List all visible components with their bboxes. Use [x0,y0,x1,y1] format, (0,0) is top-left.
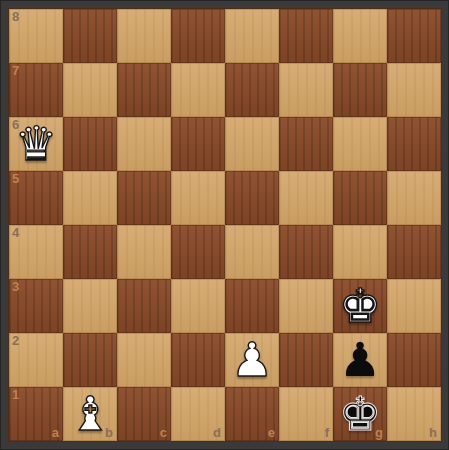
square-b3[interactable] [63,279,117,333]
square-b1[interactable]: b♝ [63,387,117,441]
square-e7[interactable] [225,63,279,117]
rank-label-8: 8 [12,10,19,24]
square-h2[interactable] [387,333,441,387]
square-f8[interactable] [279,9,333,63]
square-d5[interactable] [171,171,225,225]
chess-board: 876♛543♚2♟♟1ab♝cdefg♚h [8,8,442,442]
square-d6[interactable] [171,117,225,171]
square-a4[interactable]: 4 [9,225,63,279]
square-f2[interactable] [279,333,333,387]
square-h5[interactable] [387,171,441,225]
piece-white-pawn-e2[interactable]: ♟ [225,333,279,387]
rank-label-4: 4 [12,226,19,240]
square-c3[interactable] [117,279,171,333]
square-c4[interactable] [117,225,171,279]
square-b8[interactable] [63,9,117,63]
square-h1[interactable]: h [387,387,441,441]
square-h8[interactable] [387,9,441,63]
square-f3[interactable] [279,279,333,333]
square-g5[interactable] [333,171,387,225]
rank-label-3: 3 [12,280,19,294]
piece-black-pawn-g2[interactable]: ♟ [333,333,387,387]
square-c1[interactable]: c [117,387,171,441]
square-a6[interactable]: 6♛ [9,117,63,171]
square-d8[interactable] [171,9,225,63]
square-f5[interactable] [279,171,333,225]
file-label-c: c [160,426,167,440]
square-e5[interactable] [225,171,279,225]
square-h6[interactable] [387,117,441,171]
square-b2[interactable] [63,333,117,387]
square-h7[interactable] [387,63,441,117]
square-e1[interactable]: e [225,387,279,441]
square-a1[interactable]: 1a [9,387,63,441]
square-a7[interactable]: 7 [9,63,63,117]
square-b6[interactable] [63,117,117,171]
square-e4[interactable] [225,225,279,279]
square-c8[interactable] [117,9,171,63]
square-a3[interactable]: 3 [9,279,63,333]
square-g7[interactable] [333,63,387,117]
square-c5[interactable] [117,171,171,225]
square-b7[interactable] [63,63,117,117]
square-f1[interactable]: f [279,387,333,441]
piece-white-bishop-b1[interactable]: ♝ [63,387,117,441]
square-a5[interactable]: 5 [9,171,63,225]
square-f4[interactable] [279,225,333,279]
square-e2[interactable]: ♟ [225,333,279,387]
square-c7[interactable] [117,63,171,117]
square-b4[interactable] [63,225,117,279]
square-a2[interactable]: 2 [9,333,63,387]
square-e6[interactable] [225,117,279,171]
square-h4[interactable] [387,225,441,279]
square-d4[interactable] [171,225,225,279]
square-g8[interactable] [333,9,387,63]
square-e3[interactable] [225,279,279,333]
file-label-h: h [429,426,437,440]
file-label-f: f [325,426,329,440]
square-g3[interactable]: ♚ [333,279,387,333]
square-c2[interactable] [117,333,171,387]
square-a8[interactable]: 8 [9,9,63,63]
square-g4[interactable] [333,225,387,279]
file-label-a: a [52,426,59,440]
square-g1[interactable]: g♚ [333,387,387,441]
square-g6[interactable] [333,117,387,171]
piece-white-king-g3[interactable]: ♚ [333,279,387,333]
rank-label-7: 7 [12,64,19,78]
square-c6[interactable] [117,117,171,171]
square-d2[interactable] [171,333,225,387]
square-b5[interactable] [63,171,117,225]
square-d3[interactable] [171,279,225,333]
file-label-e: e [268,426,275,440]
rank-label-1: 1 [12,388,19,402]
piece-black-king-g1[interactable]: ♚ [333,387,387,441]
square-h3[interactable] [387,279,441,333]
rank-label-2: 2 [12,334,19,348]
square-e8[interactable] [225,9,279,63]
piece-white-queen-a6[interactable]: ♛ [9,117,63,171]
square-f6[interactable] [279,117,333,171]
chess-app-window: 876♛543♚2♟♟1ab♝cdefg♚h [0,0,449,450]
square-g2[interactable]: ♟ [333,333,387,387]
square-d1[interactable]: d [171,387,225,441]
rank-label-5: 5 [12,172,19,186]
square-f7[interactable] [279,63,333,117]
file-label-d: d [213,426,221,440]
square-d7[interactable] [171,63,225,117]
